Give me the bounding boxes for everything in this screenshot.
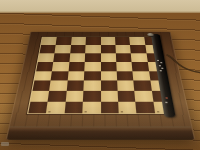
playing-area (27, 37, 174, 114)
square-a1 (28, 102, 48, 114)
square-e4 (101, 71, 118, 81)
square-f4 (117, 71, 134, 81)
square-c2 (65, 91, 83, 102)
photo-artifact-speck (1, 142, 9, 146)
background-wall (0, 0, 200, 13)
square-f8 (115, 37, 130, 45)
square-g2 (135, 91, 154, 102)
square-f7 (115, 45, 131, 53)
square-b1 (46, 102, 65, 114)
square-c5 (68, 62, 85, 71)
square-g8 (129, 37, 145, 45)
square-b8 (56, 37, 72, 45)
square-g5 (132, 62, 149, 71)
led-indicator-red (165, 97, 167, 98)
square-d4 (84, 71, 101, 81)
square-d1 (82, 102, 100, 114)
square-a5 (36, 62, 53, 71)
square-a4 (34, 71, 52, 81)
square-e8 (101, 37, 116, 45)
square-f2 (118, 91, 136, 102)
square-c1 (64, 102, 83, 114)
square-g3 (134, 81, 152, 91)
square-d5 (84, 62, 100, 71)
square-a3 (32, 81, 50, 91)
square-a6 (38, 53, 55, 62)
square-f5 (116, 62, 133, 71)
led-indicator (160, 62, 162, 63)
strip-knob (147, 33, 154, 36)
square-f1 (118, 102, 137, 114)
square-c3 (66, 81, 83, 91)
square-a2 (30, 91, 49, 102)
square-d7 (85, 45, 100, 53)
led-indicator (160, 70, 162, 71)
square-c4 (67, 71, 84, 81)
square-d2 (83, 91, 101, 102)
square-e5 (101, 62, 117, 71)
square-g1 (136, 102, 155, 114)
square-g7 (130, 45, 146, 53)
square-b3 (49, 81, 67, 91)
square-d3 (83, 81, 100, 91)
square-f3 (117, 81, 134, 91)
square-c7 (70, 45, 86, 53)
square-d8 (86, 37, 101, 45)
square-b7 (55, 45, 71, 53)
square-b2 (48, 91, 67, 102)
square-g4 (133, 71, 150, 81)
led-indicator (165, 102, 167, 104)
square-a7 (40, 45, 56, 53)
photo-scene (0, 0, 200, 150)
square-g6 (131, 53, 147, 62)
square-e3 (101, 81, 118, 91)
square-a8 (41, 37, 57, 45)
led-indicator (159, 65, 161, 66)
chessboard (6, 32, 196, 140)
led-indicator (157, 60, 159, 61)
square-e6 (101, 53, 117, 62)
square-e2 (101, 91, 119, 102)
square-b4 (51, 71, 68, 81)
led-indicator (161, 68, 163, 69)
square-b6 (54, 53, 70, 62)
square-c8 (71, 37, 86, 45)
square-f6 (116, 53, 132, 62)
board-frame-front-edge (7, 127, 194, 140)
square-e7 (101, 45, 116, 53)
square-d6 (85, 53, 101, 62)
square-e1 (101, 102, 119, 114)
square-b5 (52, 62, 69, 71)
square-c6 (69, 53, 85, 62)
